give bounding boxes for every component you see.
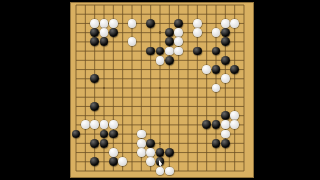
stones-layer: [71, 0, 248, 175]
white-stone: [230, 19, 239, 28]
black-stone: [72, 130, 81, 139]
white-stone: [100, 19, 109, 28]
black-stone: [156, 148, 165, 157]
white-stone: [221, 19, 230, 28]
black-stone: [193, 47, 202, 56]
white-stone: [212, 28, 221, 37]
black-stone: [156, 47, 165, 56]
black-stone: [100, 139, 109, 148]
black-stone: [212, 139, 221, 148]
white-stone: [221, 130, 230, 139]
white-stone: [156, 167, 165, 176]
white-stone: [109, 19, 118, 28]
black-stone: [146, 19, 155, 28]
black-stone: [90, 28, 99, 37]
white-stone: [146, 157, 155, 166]
black-stone: [146, 47, 155, 56]
white-stone: [174, 37, 183, 46]
black-stone: [212, 120, 221, 129]
black-stone: [90, 139, 99, 148]
black-stone: [221, 139, 230, 148]
black-stone: [100, 130, 109, 139]
white-stone: [100, 28, 109, 37]
go-board[interactable]: [70, 2, 254, 178]
white-stone: [137, 139, 146, 148]
black-stone: [212, 47, 221, 56]
black-stone: [90, 157, 99, 166]
white-stone: [193, 28, 202, 37]
white-stone: [174, 28, 183, 37]
white-stone: [146, 148, 155, 157]
white-stone: [90, 19, 99, 28]
black-stone: [109, 157, 118, 166]
black-stone: [212, 65, 221, 74]
white-stone: [90, 120, 99, 129]
white-stone: [193, 19, 202, 28]
black-stone: [202, 120, 211, 129]
black-stone: [100, 37, 109, 46]
white-stone: [128, 19, 137, 28]
black-stone: [146, 139, 155, 148]
white-stone: [128, 37, 137, 46]
white-stone: [212, 84, 221, 93]
black-stone: [221, 111, 230, 120]
white-stone: [202, 65, 211, 74]
white-stone: [81, 120, 90, 129]
black-stone: [90, 37, 99, 46]
app-screen: [0, 0, 320, 180]
black-stone: [230, 65, 239, 74]
white-stone: [156, 56, 165, 65]
white-stone: [221, 120, 230, 129]
white-stone: [165, 167, 174, 176]
black-stone: [109, 130, 118, 139]
black-stone: [90, 74, 99, 83]
black-stone: [90, 102, 99, 111]
white-stone: [165, 47, 174, 56]
black-stone: [221, 37, 230, 46]
white-stone: [109, 148, 118, 157]
black-stone: [174, 19, 183, 28]
black-stone: [221, 28, 230, 37]
black-stone: [109, 28, 118, 37]
white-stone: [230, 120, 239, 129]
black-stone: [221, 56, 230, 65]
white-stone: [230, 111, 239, 120]
black-stone: [165, 37, 174, 46]
black-stone: [156, 157, 165, 166]
white-stone: [109, 120, 118, 129]
white-stone: [137, 148, 146, 157]
black-stone: [165, 148, 174, 157]
white-stone: [137, 130, 146, 139]
white-stone: [100, 120, 109, 129]
white-stone: [221, 74, 230, 83]
black-stone: [165, 56, 174, 65]
white-stone: [118, 157, 127, 166]
black-stone: [165, 28, 174, 37]
white-stone: [174, 47, 183, 56]
